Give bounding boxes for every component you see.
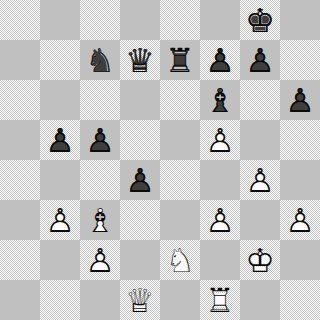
square-g5[interactable] [240,120,280,160]
white-bishop-outline-glyph: ♗ [80,200,120,240]
square-d2[interactable] [120,240,160,280]
black-pawn[interactable]: ♟♙ [80,120,120,160]
square-g6[interactable] [240,80,280,120]
white-pawn[interactable]: ♟♙ [200,120,240,160]
black-pawn-outline-glyph: ♙ [240,40,280,80]
square-c6[interactable] [80,80,120,120]
square-a8[interactable] [0,0,40,40]
square-h3[interactable]: ♟♙ [280,200,320,240]
square-h8[interactable] [280,0,320,40]
square-f4[interactable] [200,160,240,200]
black-pawn[interactable]: ♟♙ [120,160,160,200]
black-pawn[interactable]: ♟♙ [280,80,320,120]
white-pawn-outline-glyph: ♙ [200,120,240,160]
chess-board: ♚♔♞♘♛♕♜♖♟♙♟♙♝♗♟♙♟♙♟♙♟♙♟♙♟♙♟♙♝♗♟♙♟♙♟♙♞♘♚♔… [0,0,320,320]
black-pawn[interactable]: ♟♙ [40,120,80,160]
square-h6[interactable]: ♟♙ [280,80,320,120]
white-queen-outline-glyph: ♕ [120,280,160,320]
square-f7[interactable]: ♟♙ [200,40,240,80]
white-pawn[interactable]: ♟♙ [40,200,80,240]
square-g7[interactable]: ♟♙ [240,40,280,80]
black-rook-outline-glyph: ♖ [160,40,200,80]
square-b3[interactable]: ♟♙ [40,200,80,240]
black-bishop-outline-glyph: ♗ [200,80,240,120]
square-b7[interactable] [40,40,80,80]
square-d6[interactable] [120,80,160,120]
black-pawn[interactable]: ♟♙ [200,40,240,80]
square-c3[interactable]: ♝♗ [80,200,120,240]
square-f6[interactable]: ♝♗ [200,80,240,120]
square-f5[interactable]: ♟♙ [200,120,240,160]
white-pawn[interactable]: ♟♙ [240,160,280,200]
square-c1[interactable] [80,280,120,320]
black-pawn-outline-glyph: ♙ [280,80,320,120]
black-rook[interactable]: ♜♖ [160,40,200,80]
square-d8[interactable] [120,0,160,40]
square-c7[interactable]: ♞♘ [80,40,120,80]
square-c8[interactable] [80,0,120,40]
square-e4[interactable] [160,160,200,200]
square-h2[interactable] [280,240,320,280]
white-rook-outline-glyph: ♖ [200,280,240,320]
white-pawn-outline-glyph: ♙ [80,240,120,280]
square-f2[interactable] [200,240,240,280]
black-queen-outline-glyph: ♕ [120,40,160,80]
square-b1[interactable] [40,280,80,320]
black-pawn-outline-glyph: ♙ [120,160,160,200]
white-bishop[interactable]: ♝♗ [80,200,120,240]
white-pawn-outline-glyph: ♙ [280,200,320,240]
black-queen[interactable]: ♛♕ [120,40,160,80]
square-e3[interactable] [160,200,200,240]
square-b2[interactable] [40,240,80,280]
black-pawn-outline-glyph: ♙ [200,40,240,80]
black-king-outline-glyph: ♔ [240,0,280,40]
square-e8[interactable] [160,0,200,40]
white-knight[interactable]: ♞♘ [160,240,200,280]
square-e7[interactable]: ♜♖ [160,40,200,80]
square-h1[interactable] [280,280,320,320]
square-f8[interactable] [200,0,240,40]
square-a2[interactable] [0,240,40,280]
square-d3[interactable] [120,200,160,240]
square-h7[interactable] [280,40,320,80]
white-pawn-outline-glyph: ♙ [200,200,240,240]
square-d1[interactable]: ♛♕ [120,280,160,320]
white-king-outline-glyph: ♔ [240,240,280,280]
square-g2[interactable]: ♚♔ [240,240,280,280]
square-d7[interactable]: ♛♕ [120,40,160,80]
square-d5[interactable] [120,120,160,160]
square-d4[interactable]: ♟♙ [120,160,160,200]
black-knight-outline-glyph: ♘ [80,40,120,80]
square-b8[interactable] [40,0,80,40]
white-king[interactable]: ♚♔ [240,240,280,280]
square-b6[interactable] [40,80,80,120]
square-a1[interactable] [0,280,40,320]
square-c2[interactable]: ♟♙ [80,240,120,280]
square-h5[interactable] [280,120,320,160]
square-a3[interactable] [0,200,40,240]
black-pawn[interactable]: ♟♙ [240,40,280,80]
white-queen[interactable]: ♛♕ [120,280,160,320]
white-knight-outline-glyph: ♘ [160,240,200,280]
square-g1[interactable] [240,280,280,320]
square-h4[interactable] [280,160,320,200]
square-c4[interactable] [80,160,120,200]
square-a5[interactable] [0,120,40,160]
square-e6[interactable] [160,80,200,120]
black-knight[interactable]: ♞♘ [80,40,120,80]
square-a4[interactable] [0,160,40,200]
white-pawn[interactable]: ♟♙ [80,240,120,280]
square-e1[interactable] [160,280,200,320]
black-pawn-outline-glyph: ♙ [40,120,80,160]
square-a6[interactable] [0,80,40,120]
square-e5[interactable] [160,120,200,160]
square-a7[interactable] [0,40,40,80]
white-pawn[interactable]: ♟♙ [280,200,320,240]
black-king[interactable]: ♚♔ [240,0,280,40]
square-g4[interactable]: ♟♙ [240,160,280,200]
square-g8[interactable]: ♚♔ [240,0,280,40]
square-f1[interactable]: ♜♖ [200,280,240,320]
square-e2[interactable]: ♞♘ [160,240,200,280]
white-pawn-outline-glyph: ♙ [40,200,80,240]
square-c5[interactable]: ♟♙ [80,120,120,160]
square-b5[interactable]: ♟♙ [40,120,80,160]
white-pawn-outline-glyph: ♙ [240,160,280,200]
black-bishop[interactable]: ♝♗ [200,80,240,120]
white-pawn[interactable]: ♟♙ [200,200,240,240]
white-rook[interactable]: ♜♖ [200,280,240,320]
black-pawn-outline-glyph: ♙ [80,120,120,160]
square-g3[interactable] [240,200,280,240]
square-f3[interactable]: ♟♙ [200,200,240,240]
square-b4[interactable] [40,160,80,200]
